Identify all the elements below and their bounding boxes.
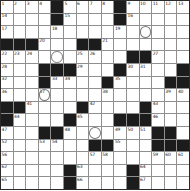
clue-number: 44: [14, 114, 19, 119]
cell-r14-c5[interactable]: [51, 165, 63, 177]
clue-number: 16: [128, 13, 133, 18]
cell-r15-c9[interactable]: [102, 177, 114, 189]
cell-r10-c12: [140, 114, 152, 126]
cell-r8-c9[interactable]: 38: [102, 89, 114, 101]
cell-r2-c6[interactable]: 15: [64, 14, 76, 26]
cell-r15-c4[interactable]: [39, 177, 51, 189]
cell-r8-c1[interactable]: 36: [1, 89, 13, 101]
cell-r5-c8[interactable]: 26: [89, 51, 101, 63]
clue-number: 24: [27, 51, 32, 56]
cell-r10-c3[interactable]: [26, 114, 38, 126]
cell-r4-c1: [1, 39, 13, 51]
cell-r13-c5[interactable]: [51, 152, 63, 164]
circle-marker: [89, 127, 101, 139]
cell-r7-c4: [39, 77, 51, 89]
cell-r3-c7[interactable]: [77, 26, 89, 38]
cell-r9-c9[interactable]: [102, 102, 114, 114]
cell-r5-c11: [127, 51, 139, 63]
cell-r5-c4[interactable]: [39, 51, 51, 63]
cell-r3-c6[interactable]: [64, 26, 76, 38]
cell-r15-c12[interactable]: 67: [140, 177, 152, 189]
clue-number: 60: [165, 152, 170, 157]
cell-r6-c11[interactable]: 30: [127, 64, 139, 76]
cell-r10-c8[interactable]: [89, 114, 101, 126]
cell-r4-c4[interactable]: 20: [39, 39, 51, 51]
cell-r13-c13[interactable]: 59: [152, 152, 164, 164]
clue-number: 56: [2, 152, 7, 157]
cell-r10-c11: [127, 114, 139, 126]
cell-r13-c1[interactable]: 56: [1, 152, 13, 164]
cell-r13-c12[interactable]: [140, 152, 152, 164]
clue-number: 57: [90, 152, 95, 157]
cell-r7-c6[interactable]: 34: [64, 77, 76, 89]
cell-r1-c2[interactable]: 2: [14, 1, 26, 13]
cell-r11-c7[interactable]: [77, 127, 89, 139]
cell-r14-c8[interactable]: [89, 165, 101, 177]
cell-r12-c7[interactable]: [77, 140, 89, 152]
cell-r9-c2: [14, 102, 26, 114]
cell-r11-c13: [152, 127, 164, 139]
cell-r13-c2[interactable]: [14, 152, 26, 164]
clue-number: 43: [153, 101, 158, 106]
clue-number: 54: [52, 139, 57, 144]
clue-number: 49: [115, 127, 120, 132]
cell-r2-c2[interactable]: [14, 14, 26, 26]
cell-r11-c6[interactable]: 48: [64, 127, 76, 139]
cell-r7-c14: [165, 77, 177, 89]
clue-number: 63: [77, 164, 82, 169]
cell-r4-c15[interactable]: [177, 39, 189, 51]
clue-number: 10: [140, 1, 145, 6]
cell-r4-c8: [89, 39, 101, 51]
cell-r9-c7: [77, 102, 89, 114]
cell-r6-c13[interactable]: [152, 64, 164, 76]
cell-r4-c7: [77, 39, 89, 51]
cell-r3-c14[interactable]: [165, 26, 177, 38]
cell-r10-c4[interactable]: [39, 114, 51, 126]
cell-r14-c12[interactable]: 64: [140, 165, 152, 177]
cell-r6-c15: [177, 64, 189, 76]
cell-r6-c2[interactable]: [14, 64, 26, 76]
cell-r13-c6[interactable]: [64, 152, 76, 164]
cell-r9-c13[interactable]: 43: [152, 102, 164, 114]
cell-r14-c1[interactable]: 62: [1, 165, 13, 177]
cell-r8-c10[interactable]: [114, 89, 126, 101]
cell-r3-c1[interactable]: 17: [1, 26, 13, 38]
cell-r5-c2[interactable]: 23: [14, 51, 26, 63]
cell-r5-c1[interactable]: 22: [1, 51, 13, 63]
cell-r4-c14[interactable]: [165, 39, 177, 51]
cell-r11-c9[interactable]: [102, 127, 114, 139]
clue-number: 17: [2, 26, 7, 31]
cell-r11-c8[interactable]: [89, 127, 101, 139]
cell-r11-c14: [165, 127, 177, 139]
clue-number: 42: [90, 101, 95, 106]
cell-r9-c8[interactable]: 42: [89, 102, 101, 114]
cell-r11-c3[interactable]: [26, 127, 38, 139]
cell-r8-c2[interactable]: [14, 89, 26, 101]
cell-r12-c2[interactable]: [14, 140, 26, 152]
cell-r13-c15[interactable]: 61: [177, 152, 189, 164]
cell-r4-c12[interactable]: [140, 39, 152, 51]
clue-number: 22: [2, 51, 7, 56]
clue-number: 15: [65, 13, 70, 18]
cell-r4-c2: [14, 39, 26, 51]
clue-number: 38: [102, 89, 107, 94]
cell-r11-c2[interactable]: [14, 127, 26, 139]
clue-number: 13: [178, 1, 183, 6]
cell-r5-c13[interactable]: 27: [152, 51, 164, 63]
cell-r10-c13[interactable]: 46: [152, 114, 164, 126]
cell-r15-c10[interactable]: [114, 177, 126, 189]
cell-r15-c13[interactable]: [152, 177, 164, 189]
cell-r9-c15[interactable]: [177, 102, 189, 114]
cell-r14-c10[interactable]: [114, 165, 126, 177]
cell-r6-c1[interactable]: 28: [1, 64, 13, 76]
cell-r14-c3[interactable]: [26, 165, 38, 177]
cell-r7-c10[interactable]: 35: [114, 77, 126, 89]
cell-r7-c7[interactable]: [77, 77, 89, 89]
cell-r1-c1[interactable]: 1: [1, 1, 13, 13]
cell-r2-c11[interactable]: 16: [127, 14, 139, 26]
clue-number: 36: [2, 89, 7, 94]
cell-r8-c11[interactable]: [127, 89, 139, 101]
crossword-page: 1234567891011121314151617181920212223242…: [0, 0, 190, 191]
cell-r10-c1: [1, 114, 13, 126]
cell-r3-c11[interactable]: [127, 26, 139, 38]
cell-r1-c13[interactable]: 11: [152, 1, 164, 13]
cell-r7-c2[interactable]: [14, 77, 26, 89]
cell-r3-c2[interactable]: [14, 26, 26, 38]
cell-r2-c4[interactable]: [39, 14, 51, 26]
cell-r13-c4[interactable]: [39, 152, 51, 164]
cell-r1-c4[interactable]: 4: [39, 1, 51, 13]
cell-r8-c4[interactable]: 37: [39, 89, 51, 101]
cell-r1-c7[interactable]: 6: [77, 1, 89, 13]
clue-number: 65: [2, 177, 7, 182]
cell-r3-c9[interactable]: [102, 26, 114, 38]
clue-number: 9: [128, 1, 131, 6]
cell-r14-c11: [127, 165, 139, 177]
cell-r4-c6[interactable]: [64, 39, 76, 51]
cell-r11-c5: [51, 127, 63, 139]
cell-r7-c1[interactable]: 32: [1, 77, 13, 89]
cell-r5-c14[interactable]: [165, 51, 177, 63]
cell-r13-c10[interactable]: [114, 152, 126, 164]
clue-number: 45: [77, 114, 82, 119]
cell-r14-c2[interactable]: [14, 165, 26, 177]
cell-r7-c3[interactable]: [26, 77, 38, 89]
cell-r11-c12[interactable]: 51: [140, 127, 152, 139]
circle-marker: [51, 51, 63, 63]
clue-number: 58: [102, 152, 107, 157]
cell-r8-c13[interactable]: [152, 89, 164, 101]
cell-r15-c14[interactable]: [165, 177, 177, 189]
clue-number: 35: [115, 76, 120, 81]
cell-r15-c15[interactable]: [177, 177, 189, 189]
clue-number: 4: [39, 1, 42, 6]
cell-r7-c8[interactable]: [89, 77, 101, 89]
cell-r5-c10[interactable]: [114, 51, 126, 63]
clue-number: 21: [102, 38, 107, 43]
cell-r6-c4: [39, 64, 51, 76]
cell-r1-c3[interactable]: 3: [26, 1, 38, 13]
cell-r6-c12[interactable]: 31: [140, 64, 152, 76]
cell-r12-c10[interactable]: 55: [114, 140, 126, 152]
cell-r1-c9[interactable]: 8: [102, 1, 114, 13]
cell-r10-c9[interactable]: [102, 114, 114, 126]
clue-number: 53: [39, 139, 44, 144]
cell-r2-c13[interactable]: [152, 14, 164, 26]
cell-r4-c9[interactable]: 21: [102, 39, 114, 51]
cell-r15-c7[interactable]: 66: [77, 177, 89, 189]
clue-number: 2: [14, 1, 17, 6]
cell-r6-c7[interactable]: 29: [77, 64, 89, 76]
cell-r2-c1[interactable]: 14: [1, 14, 13, 26]
cell-r8-c5[interactable]: [51, 89, 63, 101]
cell-r8-c15[interactable]: 40: [177, 89, 189, 101]
cell-r5-c9[interactable]: [102, 51, 114, 63]
cell-r3-c15[interactable]: [177, 26, 189, 38]
cell-r4-c5[interactable]: [51, 39, 63, 51]
cell-r5-c5[interactable]: [51, 51, 63, 63]
cell-r1-c14[interactable]: 12: [165, 1, 177, 13]
cell-r4-c13[interactable]: [152, 39, 164, 51]
cell-r5-c12: [140, 51, 152, 63]
cell-r14-c6: [64, 165, 76, 177]
cell-r5-c7[interactable]: 25: [77, 51, 89, 63]
cell-r12-c15: [177, 140, 189, 152]
clue-number: 23: [14, 51, 19, 56]
cell-r3-c12[interactable]: [140, 26, 152, 38]
cell-r1-c8[interactable]: 7: [89, 1, 101, 13]
cell-r12-c9: [102, 140, 114, 152]
clue-number: 7: [90, 1, 93, 6]
clue-number: 46: [153, 114, 158, 119]
cell-r4-c10[interactable]: [114, 39, 126, 51]
clue-number: 62: [2, 164, 7, 169]
cell-r10-c6: [64, 114, 76, 126]
cell-r5-c6[interactable]: [64, 51, 76, 63]
clue-number: 55: [115, 139, 120, 144]
clue-number: 20: [39, 38, 44, 43]
cell-r12-c13: [152, 140, 164, 152]
cell-r8-c8[interactable]: [89, 89, 101, 101]
cell-r2-c14[interactable]: [165, 14, 177, 26]
cell-r2-c15[interactable]: [177, 14, 189, 26]
cell-r5-c3[interactable]: 24: [26, 51, 38, 63]
clue-number: 50: [128, 127, 133, 132]
cell-r7-c13[interactable]: [152, 77, 164, 89]
cell-r8-c14[interactable]: 39: [165, 89, 177, 101]
cell-r12-c1[interactable]: 52: [1, 140, 13, 152]
clue-number: 64: [140, 164, 145, 169]
cell-r6-c9[interactable]: [102, 64, 114, 76]
cell-r12-c5[interactable]: 54: [51, 140, 63, 152]
cell-r13-c11[interactable]: [127, 152, 139, 164]
crossword-grid: 1234567891011121314151617181920212223242…: [0, 0, 190, 190]
cell-r3-c4[interactable]: [39, 26, 51, 38]
clue-number: 39: [165, 89, 170, 94]
clue-number: 32: [2, 76, 7, 81]
cell-r1-c11[interactable]: 9: [127, 1, 139, 13]
clue-number: 61: [178, 152, 183, 157]
clue-number: 12: [165, 1, 170, 6]
clue-number: 19: [115, 26, 120, 31]
cell-r11-c10[interactable]: 49: [114, 127, 126, 139]
cell-r3-c8[interactable]: [89, 26, 101, 38]
cell-r3-c13[interactable]: [152, 26, 164, 38]
cell-r4-c3: [26, 39, 38, 51]
cell-r7-c11[interactable]: [127, 77, 139, 89]
clue-number: 26: [90, 51, 95, 56]
cell-r9-c3[interactable]: 41: [26, 102, 38, 114]
cell-r2-c3[interactable]: [26, 14, 38, 26]
clue-number: 28: [2, 64, 7, 69]
cell-r7-c15: [177, 77, 189, 89]
cell-r13-c9[interactable]: 58: [102, 152, 114, 164]
cell-r12-c4[interactable]: 53: [39, 140, 51, 152]
cell-r3-c3[interactable]: [26, 26, 38, 38]
cell-r1-c5: [51, 1, 63, 13]
cell-r9-c11[interactable]: [127, 102, 139, 114]
cell-r6-c14[interactable]: [165, 64, 177, 76]
clue-number: 52: [2, 139, 7, 144]
clue-number: 1: [2, 1, 5, 6]
clue-number: 51: [140, 127, 145, 132]
cell-r12-c14: [165, 140, 177, 152]
cell-r1-c10: [114, 1, 126, 13]
cell-r9-c5[interactable]: [51, 102, 63, 114]
cell-r2-c5: [51, 14, 63, 26]
clue-number: 30: [128, 64, 133, 69]
cell-r15-c11: [127, 177, 139, 189]
cell-r14-c4[interactable]: [39, 165, 51, 177]
cell-r7-c12[interactable]: [140, 77, 152, 89]
clue-number: 11: [153, 1, 158, 6]
cell-r15-c8[interactable]: [89, 177, 101, 189]
cell-r9-c10[interactable]: [114, 102, 126, 114]
cell-r14-c14[interactable]: [165, 165, 177, 177]
clue-number: 29: [77, 64, 82, 69]
clue-number: 25: [77, 51, 82, 56]
cell-r3-c5[interactable]: 18: [51, 26, 63, 38]
cell-r15-c1[interactable]: 65: [1, 177, 13, 189]
cell-r9-c6[interactable]: [64, 102, 76, 114]
clue-number: 3: [27, 1, 30, 6]
clue-number: 31: [140, 64, 145, 69]
cell-r11-c1[interactable]: 47: [1, 127, 13, 139]
clue-number: 34: [65, 76, 70, 81]
cell-r8-c6[interactable]: [64, 89, 76, 101]
cell-r5-c15[interactable]: [177, 51, 189, 63]
clue-number: 67: [140, 177, 145, 182]
cell-r12-c3[interactable]: [26, 140, 38, 152]
cell-r9-c14[interactable]: [165, 102, 177, 114]
cell-r8-c12[interactable]: [140, 89, 152, 101]
cell-r15-c6: [64, 177, 76, 189]
cell-r2-c10: [114, 14, 126, 26]
cell-r6-c10: [114, 64, 126, 76]
clue-number: 48: [65, 127, 70, 132]
cell-r10-c10: [114, 114, 126, 126]
cell-r2-c12[interactable]: [140, 14, 152, 26]
circle-marker: [39, 89, 51, 101]
cell-r12-c6[interactable]: [64, 140, 76, 152]
cell-r10-c5[interactable]: [51, 114, 63, 126]
cell-r14-c15[interactable]: [177, 165, 189, 177]
cell-r10-c7[interactable]: 45: [77, 114, 89, 126]
cell-r1-c12[interactable]: 10: [140, 1, 152, 13]
cell-r13-c7[interactable]: [77, 152, 89, 164]
clue-number: 18: [52, 26, 57, 31]
cell-r12-c12[interactable]: [140, 140, 152, 152]
circle-marker: [140, 26, 152, 38]
cell-r6-c8[interactable]: [89, 64, 101, 76]
clue-number: 5: [65, 1, 68, 6]
cell-r12-c8: [89, 140, 101, 152]
cell-r15-c3[interactable]: [26, 177, 38, 189]
cell-r14-c9[interactable]: [102, 165, 114, 177]
clue-number: 40: [178, 89, 183, 94]
cell-r9-c1: [1, 102, 13, 114]
clue-number: 41: [27, 101, 32, 106]
cell-r6-c3[interactable]: [26, 64, 38, 76]
cell-r10-c15[interactable]: [177, 114, 189, 126]
cell-r8-c3[interactable]: [26, 89, 38, 101]
cell-r13-c14[interactable]: 60: [165, 152, 177, 164]
clue-number: 6: [77, 1, 80, 6]
cell-r15-c5[interactable]: [51, 177, 63, 189]
cell-r1-c15[interactable]: 13: [177, 1, 189, 13]
clue-number: 8: [102, 1, 105, 6]
cell-r8-c7[interactable]: [77, 89, 89, 101]
cell-r13-c8[interactable]: 57: [89, 152, 101, 164]
cell-r12-c11[interactable]: [127, 140, 139, 152]
cell-r2-c7[interactable]: [77, 14, 89, 26]
cell-r9-c12: [140, 102, 152, 114]
cell-r4-c11[interactable]: [127, 39, 139, 51]
cell-r2-c8[interactable]: [89, 14, 101, 26]
clue-number: 33: [52, 76, 57, 81]
cell-r9-c4[interactable]: [39, 102, 51, 114]
cell-r6-c6: [64, 64, 76, 76]
cell-r3-c10[interactable]: 19: [114, 26, 126, 38]
cell-r14-c7[interactable]: 63: [77, 165, 89, 177]
cell-r15-c2[interactable]: [14, 177, 26, 189]
cell-r10-c14[interactable]: [165, 114, 177, 126]
cell-r11-c4: [39, 127, 51, 139]
cell-r11-c15[interactable]: [177, 127, 189, 139]
clue-number: 47: [2, 127, 7, 132]
cell-r13-c3[interactable]: [26, 152, 38, 164]
cell-r7-c5[interactable]: 33: [51, 77, 63, 89]
clue-number: 14: [2, 13, 7, 18]
cell-r11-c11[interactable]: 50: [127, 127, 139, 139]
clue-number: 59: [153, 152, 158, 157]
cell-r6-c5: [51, 64, 63, 76]
cell-r14-c13[interactable]: [152, 165, 164, 177]
cell-r1-c6[interactable]: 5: [64, 1, 76, 13]
clue-number: 66: [77, 177, 82, 182]
clue-number: 27: [153, 51, 158, 56]
cell-r7-c9: [102, 77, 114, 89]
cell-r2-c9[interactable]: [102, 14, 114, 26]
cell-r10-c2[interactable]: 44: [14, 114, 26, 126]
